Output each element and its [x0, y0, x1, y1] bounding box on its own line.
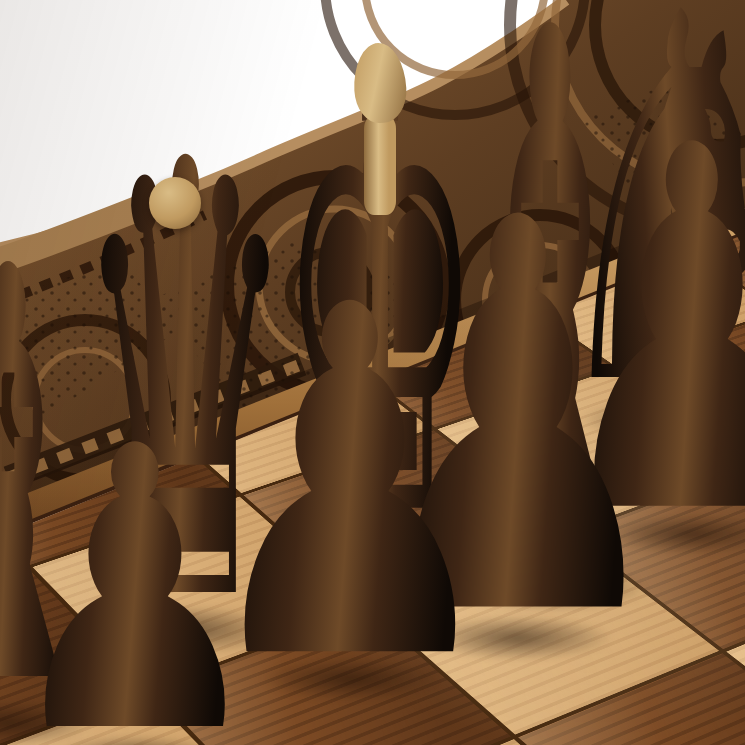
- chess-photo-scene: ♝ ♞ ♟ ♚ ♝ ♛ ♟ ♟ ♟: [0, 0, 745, 745]
- black-pawn-glyph: ♟: [1, 397, 270, 745]
